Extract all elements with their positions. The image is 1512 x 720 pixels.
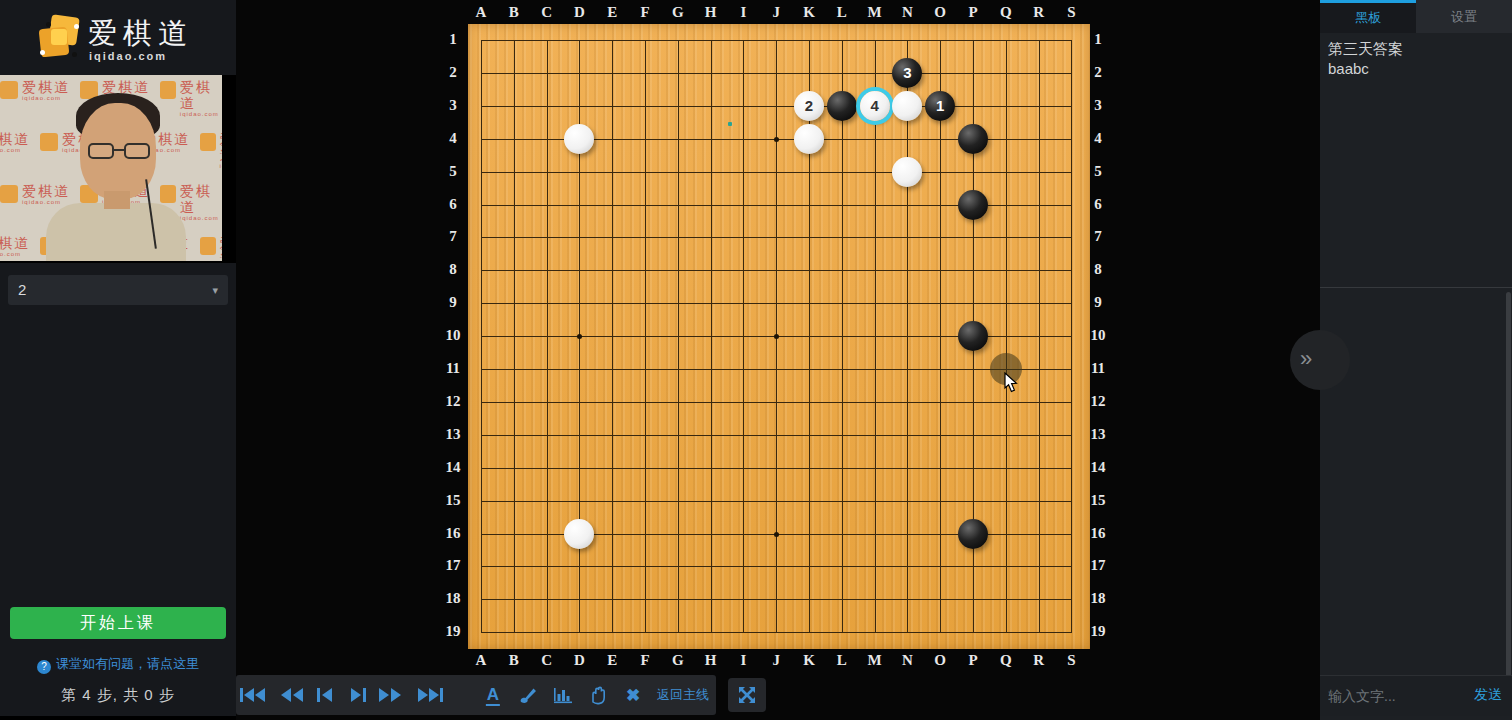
- lesson-dropdown[interactable]: 2 ▾: [8, 275, 228, 305]
- brush-tool-button[interactable]: [518, 675, 538, 715]
- board-area: A ✖ 返回主线: [236, 0, 1320, 720]
- coord-top-O: O: [929, 4, 951, 21]
- coord-left-15: 15: [442, 492, 464, 509]
- chat-input-row: 发送: [1320, 675, 1512, 716]
- coord-top-K: K: [798, 4, 820, 21]
- coord-left-10: 10: [442, 327, 464, 344]
- coord-bottom-I: I: [732, 652, 754, 669]
- coord-left-5: 5: [442, 163, 464, 180]
- fullscreen-button[interactable]: [728, 678, 766, 712]
- coord-top-P: P: [962, 4, 984, 21]
- help-link-label: 课堂如有问题，请点这里: [56, 656, 199, 671]
- coord-top-C: C: [536, 4, 558, 21]
- coord-top-I: I: [732, 4, 754, 21]
- coord-left-19: 19: [442, 623, 464, 640]
- hand-icon: [588, 685, 608, 705]
- stone-black-L3[interactable]: [827, 91, 857, 121]
- stone-black-P6[interactable]: [958, 190, 988, 220]
- coord-left-11: 11: [442, 360, 464, 377]
- coord-right-18: 18: [1087, 590, 1109, 607]
- coord-bottom-J: J: [765, 652, 787, 669]
- coord-top-D: D: [568, 4, 590, 21]
- coord-bottom-D: D: [568, 652, 590, 669]
- coord-bottom-L: L: [831, 652, 853, 669]
- stone-white-D4[interactable]: [564, 124, 594, 154]
- annotation-dot: [728, 122, 732, 126]
- webcam-video: 爱棋道iqidao.com爱棋道iqidao.com爱棋道iqidao.com爱…: [0, 75, 236, 263]
- help-link[interactable]: ?课堂如有问题，请点这里: [0, 655, 236, 674]
- grid-hline: [481, 468, 1072, 469]
- close-icon: ✖: [626, 685, 640, 706]
- coord-top-F: F: [634, 4, 656, 21]
- stone-black-P4[interactable]: [958, 124, 988, 154]
- app: 爱棋道 iqidao.com 爱棋道iqidao.com爱棋道iqidao.co…: [0, 0, 1512, 720]
- stone-white-N3[interactable]: [892, 91, 922, 121]
- coord-right-16: 16: [1087, 525, 1109, 542]
- text-tool-icon: A: [486, 685, 500, 706]
- brush-icon: [518, 685, 538, 705]
- stone-white-K4[interactable]: [794, 124, 824, 154]
- iqidao-logo-icon: [38, 16, 82, 60]
- coord-left-16: 16: [442, 525, 464, 542]
- grid-hline: [481, 402, 1072, 403]
- star-point-J4: [774, 137, 779, 142]
- bottom-toolbar: A ✖ 返回主线: [236, 675, 716, 715]
- coord-left-8: 8: [442, 261, 464, 278]
- coord-right-7: 7: [1087, 228, 1109, 245]
- grid-hline: [481, 106, 1072, 107]
- coord-right-15: 15: [1087, 492, 1109, 509]
- stone-white-N5[interactable]: [892, 157, 922, 187]
- logo-title: 爱棋道: [88, 14, 193, 54]
- coord-right-11: 11: [1087, 360, 1109, 377]
- coord-bottom-O: O: [929, 652, 951, 669]
- coord-right-12: 12: [1087, 393, 1109, 410]
- scrollbar[interactable]: [1506, 292, 1511, 707]
- grid-hline: [481, 435, 1072, 436]
- coord-bottom-E: E: [601, 652, 623, 669]
- coord-right-6: 6: [1087, 196, 1109, 213]
- coord-bottom-H: H: [700, 652, 722, 669]
- coord-right-17: 17: [1087, 557, 1109, 574]
- blackboard-line-1: 第三天答案: [1328, 40, 1403, 59]
- coord-top-E: E: [601, 4, 623, 21]
- stone-black-P10[interactable]: [958, 321, 988, 351]
- grid-hline: [481, 566, 1072, 567]
- tab-blackboard[interactable]: 黑板: [1320, 0, 1416, 33]
- coord-bottom-F: F: [634, 652, 656, 669]
- coord-left-4: 4: [442, 130, 464, 147]
- grid-hline: [481, 369, 1072, 370]
- coord-top-A: A: [470, 4, 492, 21]
- blackboard-line-2: baabc: [1328, 60, 1369, 77]
- coord-left-17: 17: [442, 557, 464, 574]
- teacher-person: [0, 75, 222, 261]
- tab-settings[interactable]: 设置: [1416, 0, 1512, 33]
- send-button[interactable]: 发送: [1474, 686, 1502, 704]
- coord-right-14: 14: [1087, 459, 1109, 476]
- coord-bottom-A: A: [470, 652, 492, 669]
- coord-left-1: 1: [442, 31, 464, 48]
- panel-divider: [1320, 287, 1512, 288]
- last-move-button[interactable]: [417, 675, 443, 715]
- star-point-J16: [774, 532, 779, 537]
- coord-left-14: 14: [442, 459, 464, 476]
- start-class-button[interactable]: 开始上课: [10, 607, 226, 639]
- coord-bottom-G: G: [667, 652, 689, 669]
- coord-top-G: G: [667, 4, 689, 21]
- text-tool-button[interactable]: A: [486, 675, 500, 715]
- coord-right-3: 3: [1087, 97, 1109, 114]
- coord-bottom-M: M: [864, 652, 886, 669]
- coord-right-9: 9: [1087, 294, 1109, 311]
- grid-hline: [481, 599, 1072, 600]
- coord-left-3: 3: [442, 97, 464, 114]
- chart-tool-button[interactable]: [553, 675, 573, 715]
- coord-top-J: J: [765, 4, 787, 21]
- coord-left-2: 2: [442, 64, 464, 81]
- stone-black-P16[interactable]: [958, 519, 988, 549]
- grid-hline: [481, 501, 1072, 502]
- grid-hline: [481, 270, 1072, 271]
- coord-right-10: 10: [1087, 327, 1109, 344]
- coord-top-N: N: [896, 4, 918, 21]
- step-status: 第 4 步, 共 0 步: [0, 686, 236, 705]
- grid-hline: [481, 73, 1072, 74]
- logo: 爱棋道 iqidao.com: [0, 0, 236, 75]
- coord-left-12: 12: [442, 393, 464, 410]
- coord-left-6: 6: [442, 196, 464, 213]
- right-tabs: 黑板 设置: [1320, 0, 1512, 33]
- coord-bottom-B: B: [503, 652, 525, 669]
- coord-bottom-K: K: [798, 652, 820, 669]
- chevron-right-icon: »: [1300, 346, 1312, 372]
- coord-top-B: B: [503, 4, 525, 21]
- coord-right-5: 5: [1087, 163, 1109, 180]
- coord-bottom-P: P: [962, 652, 984, 669]
- chat-input[interactable]: [1328, 682, 1458, 710]
- left-sidebar: 爱棋道 iqidao.com 爱棋道iqidao.com爱棋道iqidao.co…: [0, 0, 236, 716]
- coord-right-2: 2: [1087, 64, 1109, 81]
- coord-bottom-S: S: [1060, 652, 1082, 669]
- grid-hline: [481, 303, 1072, 304]
- first-move-button[interactable]: [240, 675, 266, 715]
- hand-tool-button[interactable]: [588, 675, 608, 715]
- stone-white-M3[interactable]: 4: [860, 91, 890, 121]
- coord-left-13: 13: [442, 426, 464, 443]
- coord-top-Q: Q: [995, 4, 1017, 21]
- fullscreen-icon: [737, 685, 757, 705]
- coord-left-9: 9: [442, 294, 464, 311]
- bar-chart-icon: [553, 685, 573, 705]
- rewind-button[interactable]: [280, 675, 304, 715]
- coord-right-4: 4: [1087, 130, 1109, 147]
- coord-right-1: 1: [1087, 31, 1109, 48]
- coord-top-M: M: [864, 4, 886, 21]
- chevron-down-icon: ▾: [212, 275, 218, 305]
- stone-white-K3[interactable]: 2: [794, 91, 824, 121]
- stone-black-O3[interactable]: 1: [925, 91, 955, 121]
- prev-move-button[interactable]: [315, 675, 335, 715]
- coord-top-R: R: [1028, 4, 1050, 21]
- logo-subtitle: iqidao.com: [89, 50, 167, 62]
- sidebar-collapse-handle[interactable]: »: [1290, 330, 1350, 390]
- coord-bottom-R: R: [1028, 652, 1050, 669]
- coord-bottom-N: N: [896, 652, 918, 669]
- grid-hline: [481, 40, 1072, 41]
- grid-hline: [481, 237, 1072, 238]
- forward-button[interactable]: [378, 675, 402, 715]
- coord-top-S: S: [1060, 4, 1082, 21]
- grid-hline: [481, 632, 1072, 633]
- mouse-cursor: [1004, 372, 1018, 393]
- close-tool-button[interactable]: ✖: [626, 675, 640, 715]
- return-mainline-button[interactable]: 返回主线: [657, 675, 709, 715]
- coord-left-18: 18: [442, 590, 464, 607]
- coord-top-H: H: [700, 4, 722, 21]
- coord-right-19: 19: [1087, 623, 1109, 640]
- question-icon: ?: [37, 660, 51, 674]
- coord-top-L: L: [831, 4, 853, 21]
- coord-right-8: 8: [1087, 261, 1109, 278]
- coord-bottom-Q: Q: [995, 652, 1017, 669]
- stone-white-D16[interactable]: [564, 519, 594, 549]
- coord-right-13: 13: [1087, 426, 1109, 443]
- next-move-button[interactable]: [348, 675, 368, 715]
- coord-left-7: 7: [442, 228, 464, 245]
- grid-hline: [481, 172, 1072, 173]
- dropdown-value: 2: [18, 281, 26, 298]
- coord-bottom-C: C: [536, 652, 558, 669]
